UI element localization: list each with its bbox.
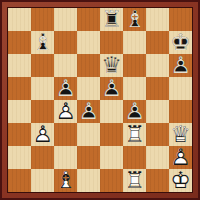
square-d6[interactable]	[77, 54, 100, 77]
white-pawn-b3[interactable]: ♟♙	[31, 123, 54, 146]
square-g2[interactable]	[146, 146, 169, 169]
piece-glyph-outline: ♖	[100, 8, 123, 31]
square-g8[interactable]	[146, 8, 169, 31]
white-pawn-h2[interactable]: ♟♙	[169, 146, 192, 169]
piece-glyph-outline: ♔	[169, 169, 192, 192]
black-king-h7[interactable]: ♚♔	[169, 31, 192, 54]
square-a7[interactable]	[8, 31, 31, 54]
square-g5[interactable]	[146, 77, 169, 100]
square-e7[interactable]	[100, 31, 123, 54]
square-g4[interactable]	[146, 100, 169, 123]
piece-glyph-outline: ♕	[100, 54, 123, 77]
chess-board-frame: ♜♖♝♗♝♗♚♔♛♕♟♙♟♙♟♙♟♙♟♙♟♙♟♙♜♖♛♕♟♙♝♗♜♖♚♔	[0, 0, 200, 200]
square-b4[interactable]	[31, 100, 54, 123]
square-b6[interactable]	[31, 54, 54, 77]
square-a5[interactable]	[8, 77, 31, 100]
square-e4[interactable]	[100, 100, 123, 123]
black-rook-e8[interactable]: ♜♖	[100, 8, 123, 31]
white-pawn-c4[interactable]: ♟♙	[54, 100, 77, 123]
white-queen-h3[interactable]: ♛♕	[169, 123, 192, 146]
square-g3[interactable]	[146, 123, 169, 146]
piece-glyph-outline: ♙	[169, 54, 192, 77]
square-b1[interactable]	[31, 169, 54, 192]
square-a2[interactable]	[8, 146, 31, 169]
square-c3[interactable]	[54, 123, 77, 146]
square-c1[interactable]: ♝♗	[54, 169, 77, 192]
square-h7[interactable]: ♚♔	[169, 31, 192, 54]
square-a4[interactable]	[8, 100, 31, 123]
black-pawn-h6[interactable]: ♟♙	[169, 54, 192, 77]
square-f8[interactable]: ♝♗	[123, 8, 146, 31]
piece-glyph-outline: ♙	[123, 100, 146, 123]
black-pawn-c5[interactable]: ♟♙	[54, 77, 77, 100]
square-a6[interactable]	[8, 54, 31, 77]
piece-glyph-outline: ♕	[169, 123, 192, 146]
black-pawn-d4[interactable]: ♟♙	[77, 100, 100, 123]
piece-glyph-outline: ♗	[123, 8, 146, 31]
piece-glyph-outline: ♔	[169, 31, 192, 54]
piece-glyph-outline: ♗	[54, 169, 77, 192]
square-b5[interactable]	[31, 77, 54, 100]
square-e2[interactable]	[100, 146, 123, 169]
square-e3[interactable]	[100, 123, 123, 146]
square-d4[interactable]: ♟♙	[77, 100, 100, 123]
piece-glyph-outline: ♙	[54, 100, 77, 123]
square-b2[interactable]	[31, 146, 54, 169]
square-a3[interactable]	[8, 123, 31, 146]
square-e8[interactable]: ♜♖	[100, 8, 123, 31]
square-c2[interactable]	[54, 146, 77, 169]
white-rook-f3[interactable]: ♜♖	[123, 123, 146, 146]
square-h4[interactable]	[169, 100, 192, 123]
piece-glyph-outline: ♙	[54, 77, 77, 100]
square-d5[interactable]	[77, 77, 100, 100]
black-queen-e6[interactable]: ♛♕	[100, 54, 123, 77]
square-a1[interactable]	[8, 169, 31, 192]
square-h8[interactable]	[169, 8, 192, 31]
square-c5[interactable]: ♟♙	[54, 77, 77, 100]
white-king-h1[interactable]: ♚♔	[169, 169, 192, 192]
square-f3[interactable]: ♜♖	[123, 123, 146, 146]
square-b8[interactable]	[31, 8, 54, 31]
square-f7[interactable]	[123, 31, 146, 54]
piece-glyph-outline: ♖	[123, 123, 146, 146]
square-c6[interactable]	[54, 54, 77, 77]
square-c8[interactable]	[54, 8, 77, 31]
square-e6[interactable]: ♛♕	[100, 54, 123, 77]
piece-glyph-outline: ♙	[31, 123, 54, 146]
square-g6[interactable]	[146, 54, 169, 77]
square-d8[interactable]	[77, 8, 100, 31]
white-bishop-c1[interactable]: ♝♗	[54, 169, 77, 192]
square-d1[interactable]	[77, 169, 100, 192]
piece-glyph-outline: ♙	[169, 146, 192, 169]
square-g1[interactable]	[146, 169, 169, 192]
square-h1[interactable]: ♚♔	[169, 169, 192, 192]
square-b3[interactable]: ♟♙	[31, 123, 54, 146]
piece-glyph-outline: ♗	[31, 31, 54, 54]
piece-glyph-outline: ♙	[77, 100, 100, 123]
square-f5[interactable]	[123, 77, 146, 100]
square-e1[interactable]	[100, 169, 123, 192]
square-c4[interactable]: ♟♙	[54, 100, 77, 123]
piece-glyph-outline: ♙	[100, 77, 123, 100]
square-e5[interactable]: ♟♙	[100, 77, 123, 100]
square-h5[interactable]	[169, 77, 192, 100]
square-h2[interactable]: ♟♙	[169, 146, 192, 169]
square-d2[interactable]	[77, 146, 100, 169]
black-bishop-f8[interactable]: ♝♗	[123, 8, 146, 31]
square-f1[interactable]: ♜♖	[123, 169, 146, 192]
piece-glyph-outline: ♖	[123, 169, 146, 192]
square-b7[interactable]: ♝♗	[31, 31, 54, 54]
chess-board: ♜♖♝♗♝♗♚♔♛♕♟♙♟♙♟♙♟♙♟♙♟♙♟♙♜♖♛♕♟♙♝♗♜♖♚♔	[8, 8, 192, 192]
black-bishop-b7[interactable]: ♝♗	[31, 31, 54, 54]
square-a8[interactable]	[8, 8, 31, 31]
square-h6[interactable]: ♟♙	[169, 54, 192, 77]
square-d3[interactable]	[77, 123, 100, 146]
square-f4[interactable]: ♟♙	[123, 100, 146, 123]
black-pawn-e5[interactable]: ♟♙	[100, 77, 123, 100]
square-c7[interactable]	[54, 31, 77, 54]
square-g7[interactable]	[146, 31, 169, 54]
white-rook-f1[interactable]: ♜♖	[123, 169, 146, 192]
square-h3[interactable]: ♛♕	[169, 123, 192, 146]
square-f6[interactable]	[123, 54, 146, 77]
square-d7[interactable]	[77, 31, 100, 54]
square-f2[interactable]	[123, 146, 146, 169]
black-pawn-f4[interactable]: ♟♙	[123, 100, 146, 123]
